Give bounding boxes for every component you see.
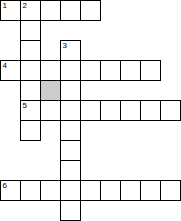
crossword-cell[interactable] bbox=[160, 100, 181, 121]
crossword-cell[interactable] bbox=[20, 20, 41, 41]
crossword-cell[interactable] bbox=[120, 60, 141, 81]
crossword-cell[interactable]: 3 bbox=[60, 40, 81, 61]
clue-number: 1 bbox=[3, 1, 7, 10]
crossword-cell[interactable] bbox=[20, 60, 41, 81]
crossword-cell[interactable] bbox=[60, 160, 81, 181]
crossword-cell[interactable]: 2 bbox=[20, 0, 41, 21]
crossword-cell-shaded[interactable] bbox=[40, 80, 61, 101]
crossword-board: 123456 bbox=[0, 0, 181, 221]
crossword-cell[interactable] bbox=[40, 100, 61, 121]
crossword-cell[interactable] bbox=[120, 100, 141, 121]
crossword-cell[interactable]: 5 bbox=[20, 100, 41, 121]
clue-number: 5 bbox=[23, 101, 27, 110]
crossword-cell[interactable] bbox=[20, 80, 41, 101]
crossword-cell[interactable] bbox=[80, 100, 101, 121]
crossword-cell[interactable] bbox=[140, 100, 161, 121]
crossword-cell[interactable] bbox=[60, 60, 81, 81]
crossword-cell[interactable] bbox=[60, 120, 81, 141]
crossword-cell[interactable] bbox=[60, 100, 81, 121]
crossword-cell[interactable] bbox=[120, 180, 141, 201]
crossword-cell[interactable] bbox=[40, 0, 61, 21]
crossword-cell[interactable] bbox=[140, 180, 161, 201]
clue-number: 6 bbox=[3, 181, 7, 190]
crossword-cell[interactable]: 6 bbox=[0, 180, 21, 201]
crossword-cell[interactable] bbox=[60, 80, 81, 101]
clue-number: 2 bbox=[23, 1, 27, 10]
clue-number: 3 bbox=[63, 41, 67, 50]
crossword-cell[interactable] bbox=[60, 200, 81, 221]
crossword-cell[interactable] bbox=[40, 180, 61, 201]
crossword-cell[interactable] bbox=[60, 0, 81, 21]
crossword-cell[interactable] bbox=[60, 140, 81, 161]
crossword-cell[interactable] bbox=[160, 180, 181, 201]
crossword-cell[interactable]: 4 bbox=[0, 60, 21, 81]
crossword-cell[interactable] bbox=[80, 180, 101, 201]
crossword-cell[interactable] bbox=[40, 60, 61, 81]
crossword-cell[interactable] bbox=[20, 40, 41, 61]
crossword-cell[interactable] bbox=[100, 180, 121, 201]
crossword-cell[interactable] bbox=[80, 60, 101, 81]
crossword-cell[interactable] bbox=[140, 60, 161, 81]
crossword-cell[interactable] bbox=[80, 0, 101, 21]
crossword-cell[interactable]: 1 bbox=[0, 0, 21, 21]
clue-number: 4 bbox=[3, 61, 7, 70]
crossword-cell[interactable] bbox=[100, 60, 121, 81]
crossword-cell[interactable] bbox=[20, 180, 41, 201]
crossword-cell[interactable] bbox=[20, 120, 41, 141]
crossword-cell[interactable] bbox=[60, 180, 81, 201]
crossword-cell[interactable] bbox=[100, 100, 121, 121]
